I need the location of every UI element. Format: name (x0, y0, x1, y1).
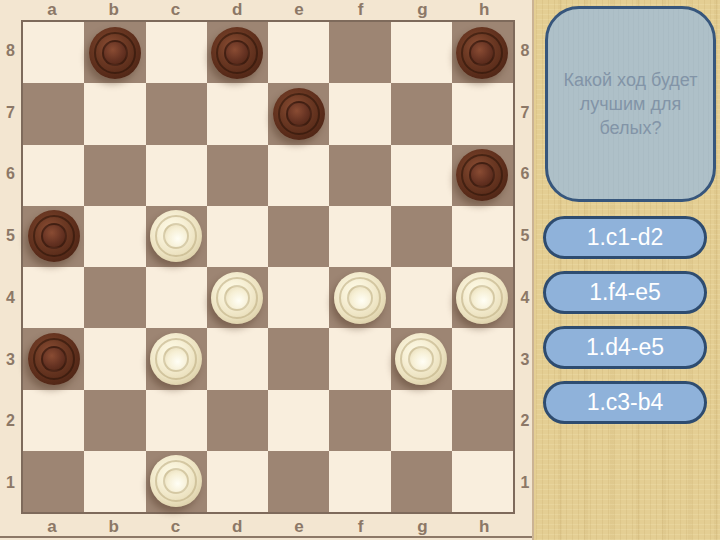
rank-label-left-6: 6 (0, 144, 21, 206)
rank-label-right-8: 8 (517, 20, 533, 82)
square-e2 (268, 390, 329, 451)
square-a5 (23, 206, 84, 267)
rank-label-right-7: 7 (517, 82, 533, 144)
rank-label-right-1: 1 (517, 452, 533, 514)
square-f7 (329, 83, 390, 144)
file-label-top-h: h (453, 0, 515, 20)
square-h5 (452, 206, 513, 267)
square-g7 (391, 83, 452, 144)
answer-button-2[interactable]: 1.f4-e5 (543, 271, 707, 314)
square-b6 (84, 145, 145, 206)
square-b8 (84, 22, 145, 83)
square-f5 (329, 206, 390, 267)
white-piece-c1 (150, 455, 202, 507)
file-label-top-f: f (330, 0, 392, 20)
square-a8 (23, 22, 84, 83)
square-f6 (329, 145, 390, 206)
file-label-bottom-f: f (330, 517, 392, 537)
square-b4 (84, 267, 145, 328)
square-c6 (146, 145, 207, 206)
square-d5 (207, 206, 268, 267)
rank-label-right-6: 6 (517, 144, 533, 206)
square-b1 (84, 451, 145, 512)
checkers-board: abcdefgh 87654321 87654321 abcdefgh (0, 0, 534, 540)
question-text: Какой ход будет лучшим для белых? (562, 68, 699, 141)
file-labels-top: abcdefgh (21, 0, 515, 20)
square-h6 (452, 145, 513, 206)
square-e6 (268, 145, 329, 206)
black-piece-d8 (211, 27, 263, 79)
question-bubble: Какой ход будет лучшим для белых? (545, 6, 716, 202)
square-d4 (207, 267, 268, 328)
white-piece-f4 (334, 272, 386, 324)
file-label-top-d: d (206, 0, 268, 20)
black-piece-b8 (89, 27, 141, 79)
square-c8 (146, 22, 207, 83)
square-a4 (23, 267, 84, 328)
square-b3 (84, 328, 145, 389)
square-g3 (391, 328, 452, 389)
square-d1 (207, 451, 268, 512)
square-h4 (452, 267, 513, 328)
rank-label-left-1: 1 (0, 452, 21, 514)
square-b5 (84, 206, 145, 267)
square-e3 (268, 328, 329, 389)
file-label-top-a: a (21, 0, 83, 20)
white-piece-h4 (456, 272, 508, 324)
square-c7 (146, 83, 207, 144)
rank-label-right-2: 2 (517, 391, 533, 453)
black-piece-h6 (456, 149, 508, 201)
square-e5 (268, 206, 329, 267)
quiz-panel: Какой ход будет лучшим для белых? 1.c1-d… (536, 0, 720, 540)
square-e7 (268, 83, 329, 144)
square-a6 (23, 145, 84, 206)
square-b2 (84, 390, 145, 451)
square-f4 (329, 267, 390, 328)
square-d6 (207, 145, 268, 206)
square-a1 (23, 451, 84, 512)
square-h1 (452, 451, 513, 512)
square-e8 (268, 22, 329, 83)
black-piece-h8 (456, 27, 508, 79)
play-area (21, 20, 515, 514)
file-label-bottom-c: c (145, 517, 207, 537)
rank-label-right-4: 4 (517, 267, 533, 329)
square-g1 (391, 451, 452, 512)
square-g2 (391, 390, 452, 451)
file-label-bottom-g: g (392, 517, 454, 537)
square-e4 (268, 267, 329, 328)
rank-label-left-4: 4 (0, 267, 21, 329)
square-f3 (329, 328, 390, 389)
square-d7 (207, 83, 268, 144)
file-labels-bottom: abcdefgh (21, 514, 515, 540)
square-g5 (391, 206, 452, 267)
answer-button-3[interactable]: 1.d4-e5 (543, 326, 707, 369)
square-g4 (391, 267, 452, 328)
white-piece-c5 (150, 210, 202, 262)
rank-label-left-7: 7 (0, 82, 21, 144)
rank-label-left-3: 3 (0, 329, 21, 391)
file-label-top-b: b (83, 0, 145, 20)
square-f1 (329, 451, 390, 512)
black-piece-e7 (273, 88, 325, 140)
square-h8 (452, 22, 513, 83)
rank-label-right-3: 3 (517, 329, 533, 391)
answer-button-1[interactable]: 1.c1-d2 (543, 216, 707, 259)
square-h7 (452, 83, 513, 144)
square-c1 (146, 451, 207, 512)
square-d3 (207, 328, 268, 389)
answer-button-4[interactable]: 1.c3-b4 (543, 381, 707, 424)
black-piece-a5 (28, 210, 80, 262)
white-piece-c3 (150, 333, 202, 385)
file-label-top-g: g (392, 0, 454, 20)
square-h3 (452, 328, 513, 389)
square-d2 (207, 390, 268, 451)
square-g8 (391, 22, 452, 83)
square-e1 (268, 451, 329, 512)
square-f2 (329, 390, 390, 451)
square-a7 (23, 83, 84, 144)
white-piece-g3 (395, 333, 447, 385)
square-g6 (391, 145, 452, 206)
file-label-bottom-d: d (206, 517, 268, 537)
black-piece-a3 (28, 333, 80, 385)
file-label-bottom-e: e (268, 517, 330, 537)
file-label-bottom-b: b (83, 517, 145, 537)
square-d8 (207, 22, 268, 83)
rank-labels-right: 87654321 (517, 20, 533, 514)
white-piece-d4 (211, 272, 263, 324)
file-label-bottom-a: a (21, 517, 83, 537)
square-f8 (329, 22, 390, 83)
square-c2 (146, 390, 207, 451)
rank-label-right-5: 5 (517, 205, 533, 267)
square-c3 (146, 328, 207, 389)
file-label-top-e: e (268, 0, 330, 20)
rank-labels-left: 87654321 (0, 20, 21, 514)
square-a2 (23, 390, 84, 451)
file-label-bottom-h: h (453, 517, 515, 537)
square-h2 (452, 390, 513, 451)
square-c5 (146, 206, 207, 267)
square-c4 (146, 267, 207, 328)
file-label-top-c: c (145, 0, 207, 20)
answer-list: 1.c1-d2 1.f4-e5 1.d4-e5 1.c3-b4 (543, 216, 707, 424)
square-a3 (23, 328, 84, 389)
square-b7 (84, 83, 145, 144)
rank-label-left-8: 8 (0, 20, 21, 82)
rank-label-left-5: 5 (0, 205, 21, 267)
rank-label-left-2: 2 (0, 391, 21, 453)
